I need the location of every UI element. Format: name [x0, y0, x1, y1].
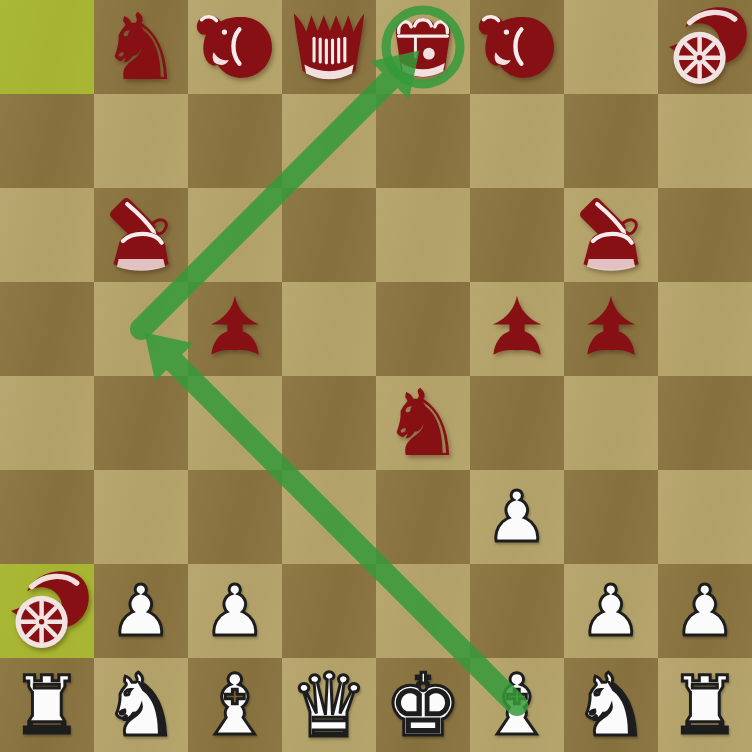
- board-squares: ♞♞♟♟♟♟♟♜♞♝♛♚♝♞♜: [0, 0, 752, 752]
- square-e1[interactable]: ♚: [376, 658, 470, 752]
- square-c4[interactable]: [188, 376, 282, 470]
- white-king[interactable]: ♚: [376, 658, 470, 752]
- square-e2[interactable]: [376, 564, 470, 658]
- red-cannon[interactable]: [564, 188, 658, 282]
- square-b1[interactable]: ♞: [94, 658, 188, 752]
- white-pawn[interactable]: ♟: [658, 564, 752, 658]
- square-e5[interactable]: [376, 282, 470, 376]
- square-f7[interactable]: [470, 94, 564, 188]
- square-b4[interactable]: [94, 376, 188, 470]
- square-g7[interactable]: [564, 94, 658, 188]
- square-g6[interactable]: [564, 188, 658, 282]
- square-c2[interactable]: ♟: [188, 564, 282, 658]
- square-h8[interactable]: [658, 0, 752, 94]
- square-h5[interactable]: [658, 282, 752, 376]
- red-elephant[interactable]: [470, 0, 564, 94]
- square-d4[interactable]: [282, 376, 376, 470]
- square-e3[interactable]: [376, 470, 470, 564]
- white-rook[interactable]: ♜: [658, 658, 752, 752]
- square-d5[interactable]: [282, 282, 376, 376]
- square-g8[interactable]: [564, 0, 658, 94]
- white-rook[interactable]: ♜: [0, 658, 94, 752]
- square-f8[interactable]: [470, 0, 564, 94]
- square-d7[interactable]: [282, 94, 376, 188]
- red-cannon[interactable]: [94, 188, 188, 282]
- red-chariot[interactable]: [0, 564, 94, 658]
- square-e7[interactable]: [376, 94, 470, 188]
- square-e6[interactable]: [376, 188, 470, 282]
- red-chariot[interactable]: [658, 0, 752, 94]
- square-c8[interactable]: [188, 0, 282, 94]
- square-f4[interactable]: [470, 376, 564, 470]
- red-advisor[interactable]: [282, 0, 376, 94]
- square-a5[interactable]: [0, 282, 94, 376]
- red-soldier[interactable]: [470, 282, 564, 376]
- square-a4[interactable]: [0, 376, 94, 470]
- square-a2[interactable]: [0, 564, 94, 658]
- white-pawn[interactable]: ♟: [564, 564, 658, 658]
- square-b5[interactable]: [94, 282, 188, 376]
- red-king[interactable]: [376, 0, 470, 94]
- square-g4[interactable]: [564, 376, 658, 470]
- square-a8[interactable]: [0, 0, 94, 94]
- square-b2[interactable]: ♟: [94, 564, 188, 658]
- square-e4[interactable]: ♞: [376, 376, 470, 470]
- square-d6[interactable]: [282, 188, 376, 282]
- white-knight[interactable]: ♞: [94, 658, 188, 752]
- red-horse[interactable]: ♞: [94, 0, 188, 94]
- square-d8[interactable]: [282, 0, 376, 94]
- square-g1[interactable]: ♞: [564, 658, 658, 752]
- square-a3[interactable]: [0, 470, 94, 564]
- white-knight[interactable]: ♞: [564, 658, 658, 752]
- red-elephant[interactable]: [188, 0, 282, 94]
- chessboard: ♞♞♟♟♟♟♟♜♞♝♛♚♝♞♜: [0, 0, 752, 752]
- white-pawn[interactable]: ♟: [94, 564, 188, 658]
- square-b6[interactable]: [94, 188, 188, 282]
- red-soldier[interactable]: [564, 282, 658, 376]
- square-f6[interactable]: [470, 188, 564, 282]
- white-bishop[interactable]: ♝: [188, 658, 282, 752]
- square-h2[interactable]: ♟: [658, 564, 752, 658]
- square-f5[interactable]: [470, 282, 564, 376]
- square-a6[interactable]: [0, 188, 94, 282]
- square-f1[interactable]: ♝: [470, 658, 564, 752]
- square-g3[interactable]: [564, 470, 658, 564]
- square-c5[interactable]: [188, 282, 282, 376]
- red-soldier[interactable]: [188, 282, 282, 376]
- square-h7[interactable]: [658, 94, 752, 188]
- square-c7[interactable]: [188, 94, 282, 188]
- white-queen[interactable]: ♛: [282, 658, 376, 752]
- square-d3[interactable]: [282, 470, 376, 564]
- white-pawn[interactable]: ♟: [470, 470, 564, 564]
- square-h4[interactable]: [658, 376, 752, 470]
- square-h3[interactable]: [658, 470, 752, 564]
- square-a7[interactable]: [0, 94, 94, 188]
- square-f3[interactable]: ♟: [470, 470, 564, 564]
- white-bishop[interactable]: ♝: [470, 658, 564, 752]
- red-horse[interactable]: ♞: [376, 376, 470, 470]
- square-g2[interactable]: ♟: [564, 564, 658, 658]
- square-h1[interactable]: ♜: [658, 658, 752, 752]
- white-pawn[interactable]: ♟: [188, 564, 282, 658]
- square-c6[interactable]: [188, 188, 282, 282]
- square-e8[interactable]: [376, 0, 470, 94]
- square-b8[interactable]: ♞: [94, 0, 188, 94]
- square-d1[interactable]: ♛: [282, 658, 376, 752]
- square-b3[interactable]: [94, 470, 188, 564]
- square-a1[interactable]: ♜: [0, 658, 94, 752]
- square-f2[interactable]: [470, 564, 564, 658]
- square-c1[interactable]: ♝: [188, 658, 282, 752]
- square-g5[interactable]: [564, 282, 658, 376]
- square-h6[interactable]: [658, 188, 752, 282]
- square-b7[interactable]: [94, 94, 188, 188]
- square-c3[interactable]: [188, 470, 282, 564]
- square-d2[interactable]: [282, 564, 376, 658]
